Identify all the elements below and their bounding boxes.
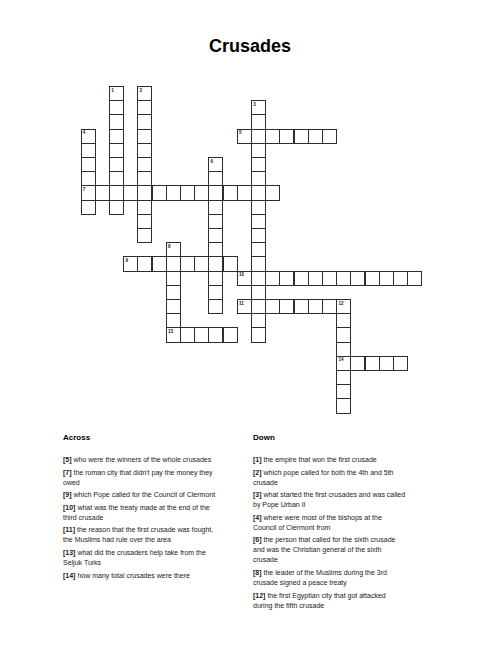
cell-number: 6 [211, 159, 214, 164]
grid-cell[interactable] [137, 143, 152, 158]
cell-number: 1 [111, 88, 114, 93]
grid-cell[interactable] [336, 342, 351, 357]
clue-item: [6] the person that called for the sixth… [253, 535, 443, 565]
grid-cell[interactable] [336, 370, 351, 385]
grid-cell[interactable]: 12 [336, 299, 351, 314]
grid-cell[interactable] [194, 256, 209, 271]
clue-item: [12] the first Egyptian city that got at… [253, 591, 443, 611]
grid-cell[interactable] [407, 271, 422, 286]
grid-cell[interactable] [393, 271, 408, 286]
grid-cell[interactable] [194, 327, 209, 342]
cell-number: 4 [83, 130, 86, 135]
grid-cell[interactable] [208, 271, 223, 286]
grid-cell[interactable] [379, 271, 394, 286]
grid-cell[interactable] [393, 356, 408, 371]
clue-item: [5] who were the winners of the whole cr… [63, 455, 253, 465]
grid-cell[interactable] [336, 384, 351, 399]
grid-cell[interactable] [223, 327, 238, 342]
grid-cell[interactable] [223, 256, 238, 271]
grid-cell[interactable] [365, 271, 380, 286]
cell-number: 5 [239, 130, 242, 135]
grid-cell[interactable]: 3 [251, 100, 266, 115]
grid-cell[interactable] [251, 214, 266, 229]
grid-cell[interactable] [137, 157, 152, 172]
grid-cell[interactable] [251, 185, 266, 200]
grid-cell[interactable] [350, 271, 365, 286]
grid-cell[interactable] [137, 256, 152, 271]
clue-item: [4] where were most of the bishops at th… [253, 513, 443, 533]
cell-number: 11 [239, 301, 244, 306]
grid-cell[interactable] [308, 299, 323, 314]
grid-cell[interactable] [137, 185, 152, 200]
grid-cell[interactable] [137, 100, 152, 115]
grid-cell[interactable] [251, 171, 266, 186]
clue-number-label: [11] [63, 526, 75, 533]
down-clues-section: Down [1] the empire that won the first c… [253, 433, 443, 613]
grid-cell[interactable] [109, 200, 124, 215]
grid-cell[interactable] [180, 327, 195, 342]
clue-number-label: [4] [253, 514, 262, 521]
grid-cell[interactable] [251, 256, 266, 271]
grid-cell[interactable] [322, 271, 337, 286]
grid-cell[interactable] [137, 214, 152, 229]
grid-cell[interactable] [322, 299, 337, 314]
grid-cell[interactable] [109, 185, 124, 200]
clue-item: [9] which Pope called for the Council of… [63, 490, 253, 500]
grid-cell[interactable] [251, 327, 266, 342]
clue-item: [11] the reason that the first crusade w… [63, 525, 253, 545]
grid-cell[interactable] [308, 129, 323, 144]
grid-cell[interactable] [308, 271, 323, 286]
grid-cell[interactable] [294, 299, 309, 314]
grid-cell[interactable] [166, 285, 181, 300]
grid-cell[interactable]: 7 [81, 185, 96, 200]
grid-cell[interactable] [251, 114, 266, 129]
grid-cell[interactable]: 11 [237, 299, 252, 314]
clue-number-label: [9] [63, 491, 72, 498]
grid-cell[interactable] [336, 327, 351, 342]
crossword-grid: 1234567891011121314 [81, 86, 422, 413]
clue-number-label: [13] [63, 549, 75, 556]
grid-cell[interactable]: 5 [237, 129, 252, 144]
grid-cell[interactable] [251, 157, 266, 172]
grid-cell[interactable]: 4 [81, 129, 96, 144]
grid-cell[interactable] [137, 200, 152, 215]
grid-cell[interactable] [123, 185, 138, 200]
grid-cell[interactable] [109, 171, 124, 186]
grid-cell[interactable] [251, 271, 266, 286]
clue-number-label: [10] [63, 504, 75, 511]
grid-cell[interactable] [322, 129, 337, 144]
cell-number: 7 [83, 187, 86, 192]
grid-cell[interactable] [95, 185, 110, 200]
grid-cell[interactable] [251, 285, 266, 300]
grid-cell[interactable]: 14 [336, 356, 351, 371]
grid-cell[interactable] [180, 256, 195, 271]
grid-cell[interactable] [109, 129, 124, 144]
grid-cell[interactable]: 1 [109, 86, 124, 101]
grid-cell[interactable] [251, 313, 266, 328]
grid-cell[interactable] [109, 114, 124, 129]
grid-cell[interactable] [279, 299, 294, 314]
grid-cell[interactable] [251, 143, 266, 158]
grid-cell[interactable] [81, 157, 96, 172]
grid-cell[interactable] [251, 200, 266, 215]
across-heading: Across [63, 433, 253, 443]
grid-cell[interactable] [180, 185, 195, 200]
puzzle-title: Crusades [0, 36, 500, 57]
cell-number: 14 [338, 357, 343, 362]
clue-number-label: [2] [253, 469, 262, 476]
grid-cell[interactable] [208, 228, 223, 243]
grid-cell[interactable] [294, 129, 309, 144]
clue-item: [1] the empire that won the first crusad… [253, 455, 443, 465]
clue-number-label: [3] [253, 491, 262, 498]
grid-cell[interactable] [237, 185, 252, 200]
grid-cell[interactable]: 2 [137, 86, 152, 101]
clue-item: [14] how many total crusades were there [63, 571, 253, 581]
clue-item: [2] which pope called for both the 4th a… [253, 468, 443, 488]
grid-cell[interactable] [194, 185, 209, 200]
clue-number-label: [6] [253, 536, 262, 543]
grid-cell[interactable] [137, 171, 152, 186]
clue-item: [10] what was the treaty made at the end… [63, 503, 253, 523]
clue-item: [7] the roman city that didn't pay the m… [63, 468, 253, 488]
grid-cell[interactable] [223, 185, 238, 200]
grid-cell[interactable] [265, 129, 280, 144]
down-clue-list: [1] the empire that won the first crusad… [253, 455, 443, 611]
grid-cell[interactable] [152, 256, 167, 271]
clue-item: [13] what did the crusaders help take fr… [63, 548, 253, 568]
clue-number-label: [14] [63, 572, 75, 579]
grid-cell[interactable] [251, 228, 266, 243]
grid-cell[interactable]: 8 [166, 242, 181, 257]
grid-cell[interactable] [350, 356, 365, 371]
grid-cell[interactable]: 13 [166, 327, 181, 342]
clue-number-label: [1] [253, 456, 262, 463]
grid-cell[interactable]: 9 [123, 256, 138, 271]
grid-cell[interactable] [81, 171, 96, 186]
cell-number: 13 [168, 329, 173, 334]
grid-cell[interactable] [137, 228, 152, 243]
across-clue-list: [5] who were the winners of the whole cr… [63, 455, 253, 581]
grid-cell[interactable] [166, 271, 181, 286]
cell-number: 3 [253, 102, 256, 107]
grid-cell[interactable] [208, 299, 223, 314]
grid-cell[interactable] [379, 356, 394, 371]
grid-cell[interactable] [279, 271, 294, 286]
grid-cell[interactable] [166, 313, 181, 328]
grid-cell[interactable] [137, 129, 152, 144]
clue-number-label: [8] [253, 569, 262, 576]
grid-cell[interactable]: 6 [208, 157, 223, 172]
grid-cell[interactable] [208, 327, 223, 342]
grid-cell[interactable] [208, 242, 223, 257]
down-heading: Down [253, 433, 443, 443]
grid-cell[interactable] [166, 185, 181, 200]
grid-cell[interactable] [365, 356, 380, 371]
grid-cell[interactable] [109, 157, 124, 172]
grid-cell[interactable] [251, 129, 266, 144]
grid-cell[interactable] [294, 271, 309, 286]
clue-number-label: [5] [63, 456, 72, 463]
grid-cell[interactable] [208, 214, 223, 229]
grid-cell[interactable] [81, 143, 96, 158]
puzzle-page: Crusades 1234567891011121314 Across [5] … [0, 0, 500, 647]
grid-cell[interactable] [251, 299, 266, 314]
clue-item: [8] the leader of the Muslims during the… [253, 568, 443, 588]
grid-cell[interactable] [166, 299, 181, 314]
grid-cell[interactable] [208, 185, 223, 200]
grid-cell[interactable] [109, 143, 124, 158]
clue-item: [3] what started the first crusades and … [253, 490, 443, 510]
cell-number: 2 [140, 88, 143, 93]
cell-number: 12 [338, 301, 343, 306]
grid-cell[interactable] [279, 129, 294, 144]
clue-number-label: [12] [253, 592, 265, 599]
grid-cell[interactable] [109, 100, 124, 115]
grid-cell[interactable] [251, 242, 266, 257]
grid-cell[interactable] [208, 285, 223, 300]
cell-number: 8 [168, 244, 171, 249]
grid-cell[interactable] [208, 171, 223, 186]
grid-cell[interactable]: 10 [237, 271, 252, 286]
grid-cell[interactable] [137, 114, 152, 129]
cell-number: 9 [125, 258, 128, 263]
across-clues-section: Across [5] who were the winners of the w… [63, 433, 253, 583]
grid-cell[interactable] [336, 313, 351, 328]
grid-cell[interactable] [336, 271, 351, 286]
clue-number-label: [7] [63, 469, 72, 476]
cell-number: 10 [239, 272, 244, 277]
grid-cell[interactable] [336, 398, 351, 413]
grid-cell[interactable] [152, 185, 167, 200]
grid-cell[interactable] [208, 200, 223, 215]
grid-cell[interactable] [81, 200, 96, 215]
grid-cell[interactable] [208, 256, 223, 271]
grid-cell[interactable] [265, 185, 280, 200]
grid-cell[interactable] [265, 271, 280, 286]
grid-cell[interactable] [265, 299, 280, 314]
grid-cell[interactable] [166, 256, 181, 271]
